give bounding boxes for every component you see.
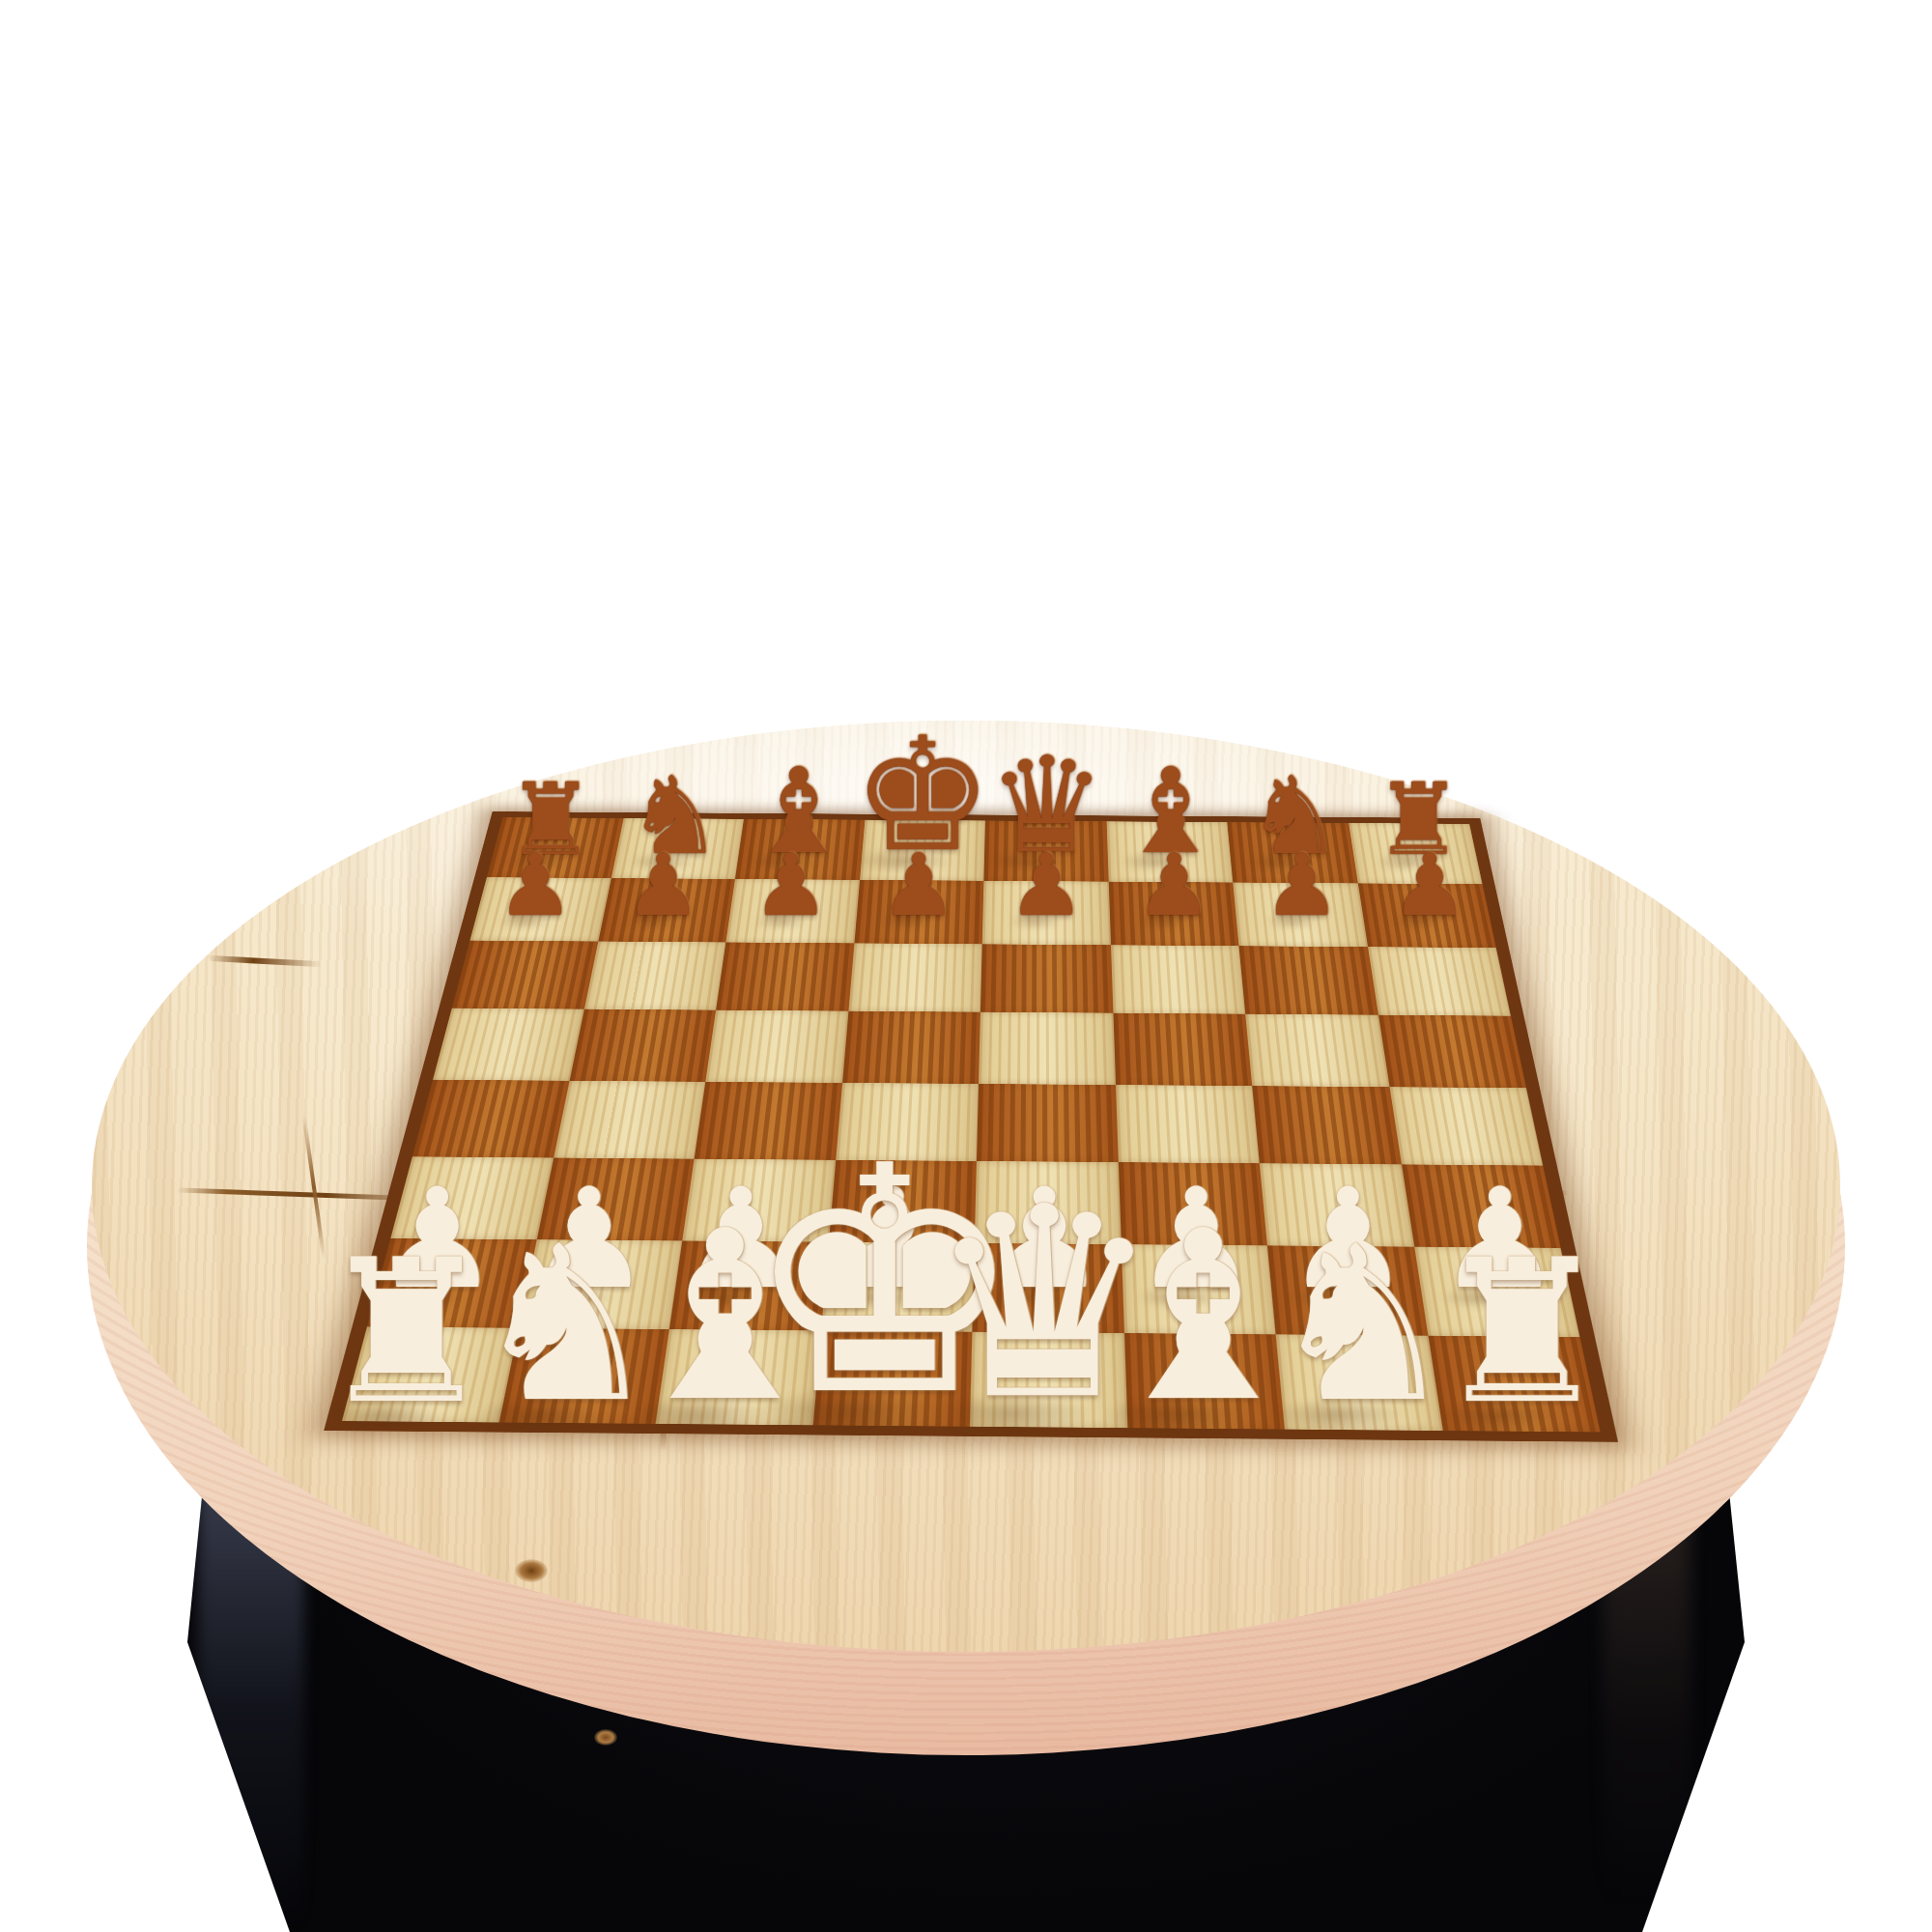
square-h4[interactable] bbox=[1389, 1087, 1543, 1165]
piece-dark-pawn-g7[interactable]: ♟ bbox=[1264, 842, 1341, 928]
square-c6[interactable] bbox=[716, 942, 854, 1010]
square-d6[interactable] bbox=[848, 943, 982, 1011]
square-b5[interactable] bbox=[569, 1009, 716, 1081]
piece-dark-pawn-e7[interactable]: ♟ bbox=[1008, 842, 1085, 928]
square-h6[interactable] bbox=[1368, 947, 1511, 1015]
piece-dark-pawn-d7[interactable]: ♟ bbox=[880, 842, 957, 928]
square-f6[interactable] bbox=[1111, 945, 1246, 1013]
square-e6[interactable] bbox=[980, 944, 1113, 1012]
square-a5[interactable] bbox=[433, 1008, 583, 1080]
piece-dark-pawn-b7[interactable]: ♟ bbox=[625, 842, 702, 928]
piece-white-knight-g1[interactable]: ♞ bbox=[1266, 1218, 1459, 1433]
square-g4[interactable] bbox=[1252, 1086, 1401, 1164]
square-f5[interactable] bbox=[1113, 1012, 1252, 1086]
square-a4[interactable] bbox=[412, 1080, 569, 1158]
square-a6[interactable] bbox=[452, 941, 598, 1009]
square-b4[interactable] bbox=[554, 1081, 706, 1159]
square-d5[interactable] bbox=[842, 1010, 980, 1084]
photo-stage: ♜♞♝♚♛♝♞♜♟♟♟♟♟♟♟♟♟♟♟♟♟♟♟♟♜♞♝♚♛♝♞♜ bbox=[0, 0, 1932, 1932]
square-g5[interactable] bbox=[1245, 1013, 1389, 1087]
wood-knot bbox=[594, 1729, 617, 1746]
square-g6[interactable] bbox=[1239, 946, 1378, 1014]
wood-knot bbox=[515, 1559, 548, 1582]
piece-dark-pawn-f7[interactable]: ♟ bbox=[1136, 842, 1213, 928]
piece-dark-pawn-a7[interactable]: ♟ bbox=[497, 842, 574, 928]
piece-dark-pawn-c7[interactable]: ♟ bbox=[753, 842, 830, 928]
square-h5[interactable] bbox=[1378, 1014, 1526, 1088]
square-b6[interactable] bbox=[583, 942, 725, 1010]
piece-dark-pawn-h7[interactable]: ♟ bbox=[1391, 842, 1468, 928]
square-e5[interactable] bbox=[979, 1011, 1116, 1085]
piece-white-rook-h1[interactable]: ♜ bbox=[1434, 1234, 1611, 1432]
square-c5[interactable] bbox=[705, 1009, 848, 1083]
piece-white-rook-a1[interactable]: ♜ bbox=[318, 1234, 496, 1432]
